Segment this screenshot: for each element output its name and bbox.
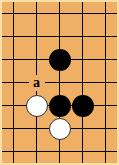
board-intersection — [48, 117, 71, 140]
board-intersection — [2, 25, 25, 48]
board-intersection — [48, 2, 71, 25]
board-intersection — [71, 2, 94, 25]
board-intersection — [48, 140, 71, 163]
board-intersection — [94, 117, 117, 140]
black-stone — [72, 95, 94, 117]
board-intersection — [25, 117, 48, 140]
board-intersection — [2, 94, 25, 117]
board-intersection — [25, 25, 48, 48]
black-stone — [49, 95, 71, 117]
board-intersection — [25, 140, 48, 163]
board-intersection — [94, 48, 117, 71]
point-label-a: a — [29, 75, 45, 91]
board-intersection — [48, 25, 71, 48]
board-intersection: a — [25, 71, 48, 94]
board-intersection — [2, 140, 25, 163]
board-intersection — [71, 25, 94, 48]
white-stone — [49, 118, 71, 140]
go-diagram: a — [0, 0, 119, 165]
board-intersection — [71, 48, 94, 71]
board-intersection — [2, 117, 25, 140]
board-intersection — [71, 140, 94, 163]
board-intersection — [48, 48, 71, 71]
board-intersection — [94, 2, 117, 25]
board-intersection — [71, 94, 94, 117]
board-intersection — [48, 94, 71, 117]
board-intersection — [25, 94, 48, 117]
board-intersection — [94, 94, 117, 117]
board-intersection — [94, 140, 117, 163]
go-board: a — [2, 2, 117, 163]
board-intersection — [94, 71, 117, 94]
board-intersection — [25, 2, 48, 25]
board-intersection — [2, 2, 25, 25]
board-intersection — [25, 48, 48, 71]
board-intersection — [48, 71, 71, 94]
board-intersection — [2, 48, 25, 71]
white-stone — [26, 95, 48, 117]
board-intersection — [71, 117, 94, 140]
board-intersection — [71, 71, 94, 94]
board-intersection — [2, 71, 25, 94]
black-stone — [49, 49, 71, 71]
board-intersection — [94, 25, 117, 48]
